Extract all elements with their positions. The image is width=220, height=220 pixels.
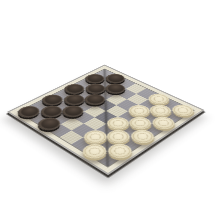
play-area — [17, 69, 195, 168]
dark-checker[interactable] — [34, 115, 65, 132]
product-photo — [0, 0, 220, 220]
board-frame — [10, 66, 202, 173]
pieces-layer — [18, 69, 193, 166]
dark-checker[interactable] — [14, 104, 44, 120]
checkers-board — [7, 65, 205, 176]
light-checker[interactable] — [103, 141, 136, 161]
light-checker[interactable] — [126, 127, 158, 146]
light-checker[interactable] — [148, 114, 179, 131]
light-checker[interactable] — [168, 102, 198, 118]
light-checker[interactable] — [78, 141, 111, 161]
